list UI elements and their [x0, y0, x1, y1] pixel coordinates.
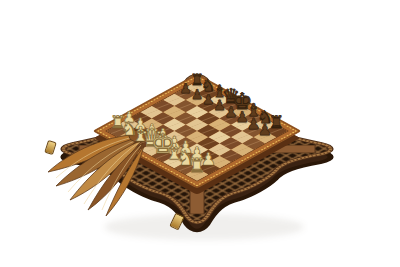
- pieces-layer: ♜♞♝♛♚♝♞♜♟♟♟♟♟♟♟♟♟♟♟♟♟♟♟♟♜♞♝♛♚♝♞♜: [0, 0, 400, 267]
- chess-set-photo: ♜♞♝♛♚♝♞♜♟♟♟♟♟♟♟♟♟♟♟♟♟♟♟♟♜♞♝♛♚♝♞♜: [0, 0, 400, 267]
- piece-black-pawn-h7: ♟: [258, 123, 272, 137]
- piece-white-rook-h1: ♜: [188, 157, 205, 175]
